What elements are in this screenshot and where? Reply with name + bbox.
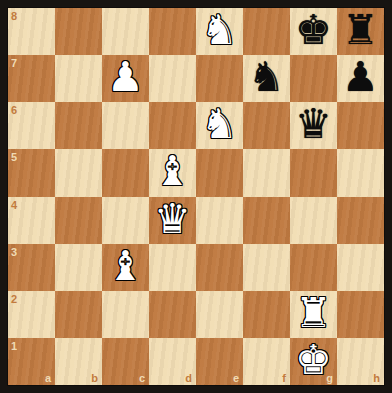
square-b3[interactable]: [55, 244, 102, 291]
piece-white-knight[interactable]: ♞: [201, 104, 238, 145]
file-label-e: e: [233, 372, 239, 384]
file-label-h: h: [373, 372, 380, 384]
square-d6[interactable]: [149, 102, 196, 149]
square-h7[interactable]: ♟: [337, 55, 384, 102]
rank-label-3: 3: [11, 246, 17, 258]
square-e5[interactable]: [196, 149, 243, 196]
square-f1[interactable]: f: [243, 338, 290, 385]
rank-label-5: 5: [11, 151, 17, 163]
square-f5[interactable]: [243, 149, 290, 196]
square-e6[interactable]: ♞: [196, 102, 243, 149]
square-e1[interactable]: e: [196, 338, 243, 385]
square-h1[interactable]: h: [337, 338, 384, 385]
chess-board: 8♞♚♜7♟♞♟6♞♛5♝4♛3♝2♜1abcdefg♚h: [8, 8, 384, 385]
rank-label-4: 4: [11, 199, 17, 211]
file-label-c: c: [139, 372, 145, 384]
square-f6[interactable]: [243, 102, 290, 149]
square-d1[interactable]: d: [149, 338, 196, 385]
square-g7[interactable]: [290, 55, 337, 102]
file-label-b: b: [91, 372, 98, 384]
square-b5[interactable]: [55, 149, 102, 196]
square-f3[interactable]: [243, 244, 290, 291]
square-f7[interactable]: ♞: [243, 55, 290, 102]
square-c3[interactable]: ♝: [102, 244, 149, 291]
square-c2[interactable]: [102, 291, 149, 338]
square-c7[interactable]: ♟: [102, 55, 149, 102]
square-f2[interactable]: [243, 291, 290, 338]
square-e2[interactable]: [196, 291, 243, 338]
square-e3[interactable]: [196, 244, 243, 291]
square-c6[interactable]: [102, 102, 149, 149]
square-a3[interactable]: 3: [8, 244, 55, 291]
square-c1[interactable]: c: [102, 338, 149, 385]
rank-label-8: 8: [11, 10, 17, 22]
square-h5[interactable]: [337, 149, 384, 196]
square-a1[interactable]: 1a: [8, 338, 55, 385]
square-a2[interactable]: 2: [8, 291, 55, 338]
square-b6[interactable]: [55, 102, 102, 149]
rank-label-7: 7: [11, 57, 17, 69]
square-b2[interactable]: [55, 291, 102, 338]
square-d8[interactable]: [149, 8, 196, 55]
piece-white-bishop[interactable]: ♝: [107, 246, 144, 287]
rank-label-1: 1: [11, 340, 17, 352]
piece-black-pawn[interactable]: ♟: [342, 57, 379, 98]
square-h8[interactable]: ♜: [337, 8, 384, 55]
piece-white-rook[interactable]: ♜: [295, 293, 332, 334]
file-label-f: f: [282, 372, 286, 384]
square-e8[interactable]: ♞: [196, 8, 243, 55]
square-b8[interactable]: [55, 8, 102, 55]
square-a8[interactable]: 8: [8, 8, 55, 55]
square-f8[interactable]: [243, 8, 290, 55]
rank-label-2: 2: [11, 293, 17, 305]
square-d7[interactable]: [149, 55, 196, 102]
square-a4[interactable]: 4: [8, 197, 55, 244]
square-g3[interactable]: [290, 244, 337, 291]
square-c5[interactable]: [102, 149, 149, 196]
square-g5[interactable]: [290, 149, 337, 196]
piece-white-pawn[interactable]: ♟: [107, 57, 144, 98]
square-f4[interactable]: [243, 197, 290, 244]
board-frame: 8♞♚♜7♟♞♟6♞♛5♝4♛3♝2♜1abcdefg♚h: [0, 0, 392, 393]
piece-black-king[interactable]: ♚: [295, 10, 332, 51]
square-d3[interactable]: [149, 244, 196, 291]
piece-white-bishop[interactable]: ♝: [154, 151, 191, 192]
square-h4[interactable]: [337, 197, 384, 244]
square-e4[interactable]: [196, 197, 243, 244]
square-b7[interactable]: [55, 55, 102, 102]
square-h6[interactable]: [337, 102, 384, 149]
square-d4[interactable]: ♛: [149, 197, 196, 244]
square-b4[interactable]: [55, 197, 102, 244]
square-h3[interactable]: [337, 244, 384, 291]
piece-white-queen[interactable]: ♛: [154, 199, 191, 240]
square-c4[interactable]: [102, 197, 149, 244]
piece-white-king[interactable]: ♚: [295, 340, 332, 381]
square-a7[interactable]: 7: [8, 55, 55, 102]
file-label-a: a: [45, 372, 51, 384]
square-g8[interactable]: ♚: [290, 8, 337, 55]
square-d2[interactable]: [149, 291, 196, 338]
square-d5[interactable]: ♝: [149, 149, 196, 196]
piece-white-knight[interactable]: ♞: [201, 10, 238, 51]
file-label-d: d: [185, 372, 192, 384]
square-h2[interactable]: [337, 291, 384, 338]
piece-black-rook[interactable]: ♜: [342, 10, 379, 51]
square-g1[interactable]: g♚: [290, 338, 337, 385]
square-b1[interactable]: b: [55, 338, 102, 385]
rank-label-6: 6: [11, 104, 17, 116]
square-e7[interactable]: [196, 55, 243, 102]
piece-black-knight[interactable]: ♞: [248, 57, 285, 98]
square-g6[interactable]: ♛: [290, 102, 337, 149]
square-a5[interactable]: 5: [8, 149, 55, 196]
square-g4[interactable]: [290, 197, 337, 244]
square-g2[interactable]: ♜: [290, 291, 337, 338]
square-c8[interactable]: [102, 8, 149, 55]
piece-black-queen[interactable]: ♛: [295, 104, 332, 145]
square-a6[interactable]: 6: [8, 102, 55, 149]
